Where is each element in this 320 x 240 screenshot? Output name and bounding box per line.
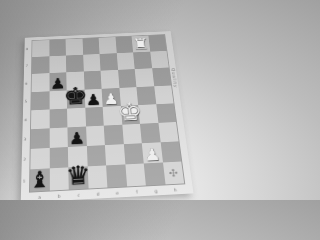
square-c6 [66,72,84,90]
square-e7 [100,53,118,71]
square-f6 [118,69,137,87]
brand-text: Quality [170,68,178,88]
rank-label-2: 2 [23,149,26,170]
square-b8 [49,39,66,56]
white-rook-g8: ♜ [132,36,150,52]
square-g6 [135,69,154,87]
square-h7 [150,51,169,69]
square-g4 [138,104,158,124]
square-e1 [106,165,126,187]
chess-board: ♜♟♚♟♟♚♟♟♝♛✣ abcdefgh 87654321 Quality [21,31,194,200]
square-a7 [32,56,49,74]
square-d5: ♟ [84,88,103,107]
board-grid: ♜♟♚♟♟♚♟♟♝♛✣ [30,35,184,191]
square-a6 [32,73,50,91]
square-g1 [144,163,165,185]
rank-label-3: 3 [23,129,26,149]
black-pawn-c3: ♟ [69,130,86,147]
rank-label-1: 1 [23,170,26,192]
square-f5 [119,87,138,106]
square-f3 [122,124,142,145]
square-g5 [136,86,155,105]
file-label-d: d [88,191,108,197]
file-label-e: e [108,190,128,196]
black-pawn-b6: ♟ [50,76,65,91]
square-b7 [49,56,66,74]
square-b5 [49,90,67,109]
square-h4 [156,103,176,123]
square-d6 [83,71,101,89]
file-label-f: f [127,189,147,195]
file-label-a: a [30,194,50,200]
square-g2: ♟ [142,142,163,163]
rank-label-8: 8 [26,41,29,58]
black-bishop-a1: ♝ [29,168,50,191]
square-h5 [154,85,174,104]
rank-label-5: 5 [24,92,27,110]
square-c5: ♚ [67,89,85,108]
square-b1 [49,168,68,190]
square-b4 [49,108,67,128]
square-e8 [99,37,117,54]
rank-labels: 87654321 [23,41,29,192]
square-a4 [31,109,49,129]
square-d7 [83,54,101,72]
square-c3: ♟ [67,126,86,147]
square-g7 [133,52,152,70]
square-h8 [148,35,167,52]
square-d3 [86,126,105,147]
square-a8 [32,40,49,57]
square-c7 [66,55,84,73]
black-pawn-d5: ♟ [85,92,101,108]
rank-label-7: 7 [25,57,28,74]
square-d2 [86,145,106,166]
square-h2 [160,141,181,162]
square-e2 [105,144,125,165]
square-b6: ♟ [49,73,67,91]
square-g8: ♜ [132,36,150,53]
square-h3 [158,122,179,142]
square-b3 [49,127,68,148]
square-a2 [30,148,49,170]
square-d8 [82,38,99,55]
square-a5 [31,91,49,110]
square-f8 [115,36,133,53]
square-a3 [31,128,50,149]
white-pawn-g2: ♟ [143,146,161,164]
square-e6 [101,70,119,88]
square-f7 [116,53,134,71]
square-c4 [67,108,86,128]
square-h6 [152,68,171,86]
file-label-b: b [49,193,69,199]
square-c1: ♛ [68,167,88,189]
square-e4 [103,106,122,126]
square-f4: ♚ [120,105,140,125]
file-label-h: h [165,187,185,193]
file-label-c: c [69,192,89,198]
square-b2 [49,147,68,169]
compass-rose-logo: ✣ [168,167,178,179]
square-f2 [123,143,143,164]
square-g3 [140,123,160,143]
square-e3 [104,125,124,146]
square-d4 [85,107,104,127]
square-c8 [66,39,83,56]
square-d1 [87,166,107,188]
square-f1 [125,164,146,186]
square-h1: ✣ [163,162,185,184]
square-e5: ♟ [102,88,121,107]
white-pawn-e5: ♟ [103,91,119,107]
photo-background: ♜♟♚♟♟♚♟♟♝♛✣ abcdefgh 87654321 Quality [0,0,200,200]
square-a1: ♝ [30,169,49,191]
rank-label-4: 4 [24,110,27,129]
square-c2 [68,146,87,168]
file-label-g: g [146,188,166,194]
rank-label-6: 6 [25,74,28,92]
